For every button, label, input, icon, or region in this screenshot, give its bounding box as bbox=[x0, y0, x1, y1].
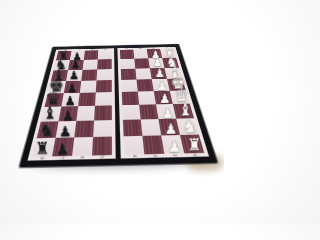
pieces-layer: ♜♟♟♜♞♟♟♞♝♟♟♝♚♟♟♚♛♟♟♛♝♟♟♝♞♟♟♞♜♟♟♜ bbox=[0, 0, 224, 224]
piece-white-knight: ♞ bbox=[177, 118, 201, 136]
piece-black-pawn: ♟ bbox=[53, 124, 77, 139]
piece-black-pawn: ♟ bbox=[56, 108, 80, 122]
board-tilt-wrapper: 8765 8765 4321 4321 ♜♟♟♜♞♟♟♞♝♟♟♝♚♟♟♚♛♟♟♛… bbox=[0, 0, 224, 224]
product-photo-chess-set: 8765 8765 4321 4321 ♜♟♟♜♞♟♟♞♝♟♟♝♚♟♟♚♛♟♟♛… bbox=[0, 0, 224, 224]
piece-white-rook: ♜ bbox=[182, 137, 206, 154]
piece-black-pawn: ♟ bbox=[50, 142, 74, 158]
